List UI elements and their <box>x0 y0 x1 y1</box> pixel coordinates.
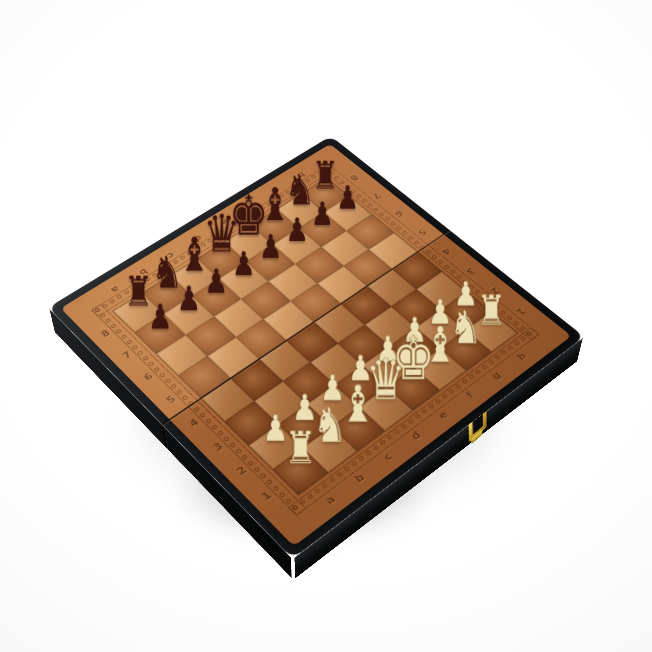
white-rook-glyph: ♜ <box>269 388 332 471</box>
file-label-b: b <box>351 471 367 485</box>
file-label-d: d <box>408 429 424 442</box>
rank-label-8: 8 <box>98 328 112 340</box>
rank-label-6: 6 <box>141 371 155 383</box>
product-photo-chess-set: aabbccddeeffgghh1122334455667788 ♜♞♝♛♚♝♞… <box>0 0 652 652</box>
file-label-c: c <box>380 450 395 463</box>
black-pawn-glyph: ♟ <box>131 257 189 334</box>
rank-label-5: 5 <box>164 393 179 406</box>
rank-label-4: 4 <box>186 416 201 429</box>
rank-label-3: 3 <box>210 440 225 453</box>
rank-label-1: 1 <box>259 489 275 503</box>
file-label-e: e <box>435 409 450 422</box>
file-label-f: f <box>463 390 476 401</box>
rank-label-right-5: 5 <box>415 227 429 237</box>
file-label-a: a <box>322 493 338 507</box>
rank-label-7: 7 <box>120 349 134 361</box>
rank-label-right-6: 6 <box>392 208 406 218</box>
